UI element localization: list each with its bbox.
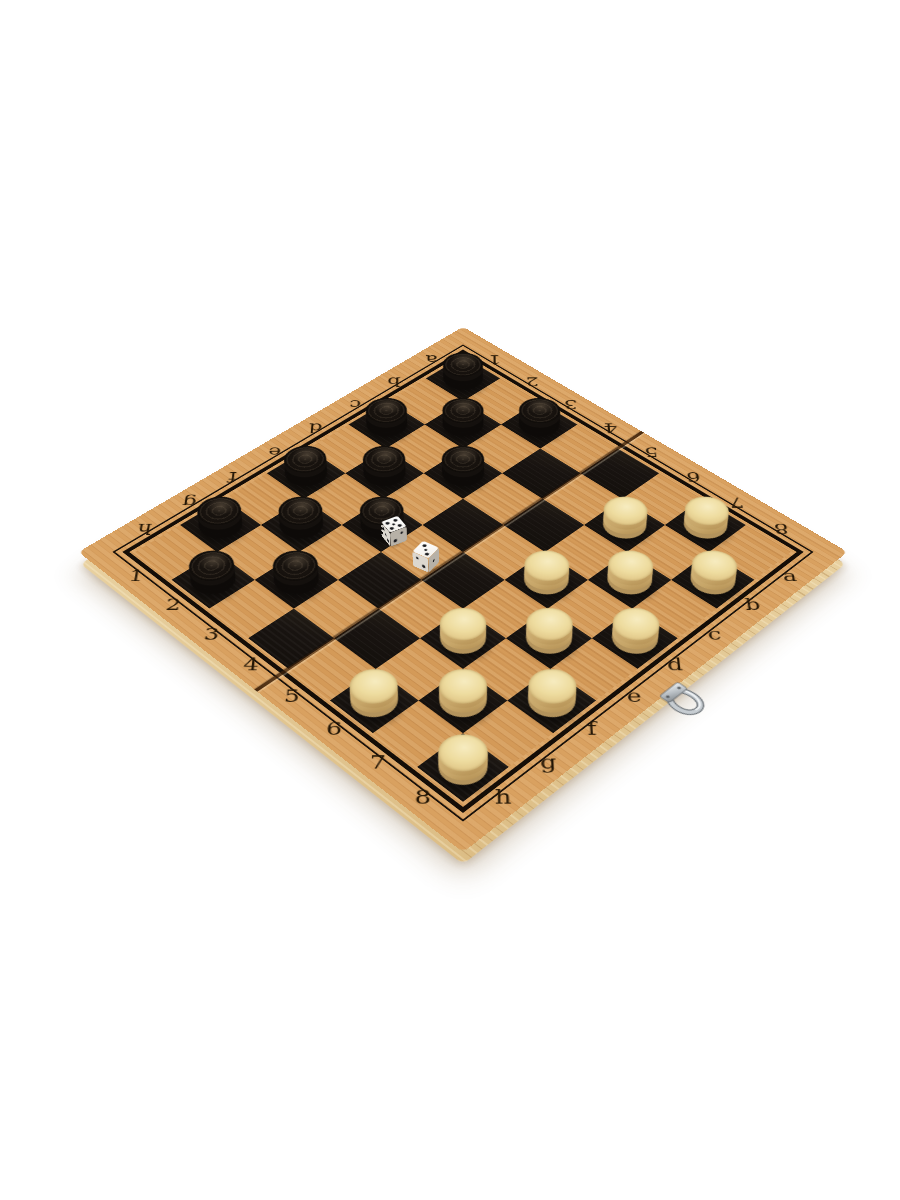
file-label-right-h: h [495,787,512,807]
file-label-right-e: e [626,687,642,705]
rank-label-bottom-6: 6 [325,719,342,738]
die-pip [424,552,429,555]
file-label-left-b: b [387,375,401,388]
rank-label-top-6: 6 [685,470,701,484]
file-label-right-b: b [744,596,762,612]
latch-clasp-icon [653,677,719,725]
latch-clasp [653,677,719,725]
die-pip [422,543,427,546]
die-pip [385,532,387,537]
rank-label-top-7: 7 [728,495,745,510]
die-pip [400,530,403,534]
rank-label-bottom-7: 7 [369,753,386,772]
file-label-left-f: f [228,470,238,484]
rank-label-bottom-5: 5 [283,687,300,705]
rank-label-top-1: 1 [488,353,501,365]
file-label-left-a: a [425,353,437,365]
file-label-left-g: g [181,495,198,510]
rank-label-top-4: 4 [603,421,618,434]
rank-label-top-8: 8 [773,521,790,536]
die-pip [423,548,428,551]
die-pip [387,538,389,543]
rank-label-bottom-3: 3 [203,626,221,643]
die-1-showing-5[interactable] [381,529,407,546]
rank-label-top-5: 5 [644,445,659,459]
die-pip [398,523,403,526]
game-board: 1122334455667788aabbccddeeffgghh⛂⛂⛂⛂⛂⛂⛂⛂… [78,327,847,853]
file-label-left-d: d [308,421,323,434]
file-label-right-d: d [666,656,684,673]
rank-label-bottom-2: 2 [165,596,183,612]
file-label-left-h: h [136,521,153,536]
rank-label-top-2: 2 [525,375,539,388]
rank-label-bottom-4: 4 [242,656,259,673]
file-label-left-c: c [349,398,362,411]
die-pip [394,538,397,542]
file-label-left-e: e [267,445,281,459]
file-label-right-g: g [540,753,557,772]
die-pip [422,564,425,568]
rank-label-bottom-1: 1 [127,568,145,584]
rank-label-top-3: 3 [564,398,578,411]
white-man-h8[interactable]: ⛀ [428,741,498,793]
board-scene: 1122334455667788aabbccddeeffgghh⛂⛂⛂⛂⛂⛂⛂⛂… [0,0,900,1200]
die-pip [433,557,435,562]
file-label-right-c: c [707,626,723,643]
die-pip [390,526,395,529]
rank-label-bottom-8: 8 [414,787,431,807]
die-2-showing-3[interactable] [413,555,440,573]
die-pip [416,555,419,559]
file-label-right-a: a [781,568,798,584]
file-label-right-f: f [587,719,598,738]
